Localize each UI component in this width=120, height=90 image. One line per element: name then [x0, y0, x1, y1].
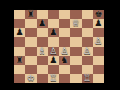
- square-d6[interactable]: ♟: [48, 28, 59, 37]
- square-e8[interactable]: [59, 10, 70, 19]
- piece-white-rook-g1[interactable]: ♖: [82, 74, 93, 83]
- piece-white-queen-f7[interactable]: ♕: [70, 19, 81, 28]
- square-g6[interactable]: [82, 28, 93, 37]
- square-h7[interactable]: ♟: [93, 19, 104, 28]
- square-e1[interactable]: [59, 74, 70, 83]
- square-e3[interactable]: ♞: [59, 56, 70, 65]
- piece-black-pawn-h7[interactable]: ♟: [93, 19, 104, 28]
- square-c7[interactable]: ♟: [37, 19, 48, 28]
- square-e6[interactable]: [59, 28, 70, 37]
- square-d8[interactable]: [48, 10, 59, 19]
- square-f2[interactable]: [70, 65, 81, 74]
- square-d3[interactable]: ♟: [48, 56, 59, 65]
- square-b5[interactable]: [25, 37, 36, 46]
- piece-black-pawn-d6[interactable]: ♟: [48, 28, 59, 37]
- square-a3[interactable]: ♜: [14, 56, 25, 65]
- square-b8[interactable]: ♜: [25, 10, 36, 19]
- piece-white-rook-d1[interactable]: ♖: [48, 74, 59, 83]
- square-g1[interactable]: ♖: [82, 74, 93, 83]
- square-g4[interactable]: ♙: [82, 47, 93, 56]
- square-h2[interactable]: [93, 65, 104, 74]
- square-c6[interactable]: [37, 28, 48, 37]
- piece-white-bishop-c4[interactable]: ♗: [37, 47, 48, 56]
- square-h5[interactable]: ♙: [93, 37, 104, 46]
- chessboard[interactable]: ♜♚♟♕♟♟♟♙♗♙♙♙♜♟♞♔♖♖: [14, 10, 104, 83]
- square-d1[interactable]: ♖: [48, 74, 59, 83]
- piece-black-rook-b8[interactable]: ♜: [25, 10, 36, 19]
- square-c3[interactable]: [37, 56, 48, 65]
- piece-black-knight-e3[interactable]: ♞: [59, 56, 70, 65]
- square-g7[interactable]: [82, 19, 93, 28]
- square-a8[interactable]: [14, 10, 25, 19]
- square-b7[interactable]: [25, 19, 36, 28]
- square-g3[interactable]: [82, 56, 93, 65]
- square-f3[interactable]: [70, 56, 81, 65]
- square-f4[interactable]: [70, 47, 81, 56]
- piece-black-pawn-c7[interactable]: ♟: [37, 19, 48, 28]
- piece-white-pawn-g4[interactable]: ♙: [82, 47, 93, 56]
- piece-white-pawn-h5[interactable]: ♙: [93, 37, 104, 46]
- square-h4[interactable]: [93, 47, 104, 56]
- piece-black-pawn-d3[interactable]: ♟: [48, 56, 59, 65]
- square-a2[interactable]: [14, 65, 25, 74]
- square-b6[interactable]: [25, 28, 36, 37]
- square-e7[interactable]: [59, 19, 70, 28]
- square-a5[interactable]: [14, 37, 25, 46]
- square-h1[interactable]: [93, 74, 104, 83]
- square-c1[interactable]: [37, 74, 48, 83]
- square-h3[interactable]: [93, 56, 104, 65]
- square-f6[interactable]: [70, 28, 81, 37]
- square-a6[interactable]: ♟: [14, 28, 25, 37]
- piece-white-king-b1[interactable]: ♔: [25, 74, 36, 83]
- square-g8[interactable]: [82, 10, 93, 19]
- square-c2[interactable]: [37, 65, 48, 74]
- piece-black-pawn-a6[interactable]: ♟: [14, 28, 25, 37]
- square-c4[interactable]: ♗: [37, 47, 48, 56]
- square-f5[interactable]: [70, 37, 81, 46]
- piece-black-rook-a3[interactable]: ♜: [14, 56, 25, 65]
- square-f1[interactable]: [70, 74, 81, 83]
- square-e2[interactable]: [59, 65, 70, 74]
- square-b4[interactable]: [25, 47, 36, 56]
- square-f7[interactable]: ♕: [70, 19, 81, 28]
- square-b1[interactable]: ♔: [25, 74, 36, 83]
- square-b3[interactable]: [25, 56, 36, 65]
- square-a1[interactable]: [14, 74, 25, 83]
